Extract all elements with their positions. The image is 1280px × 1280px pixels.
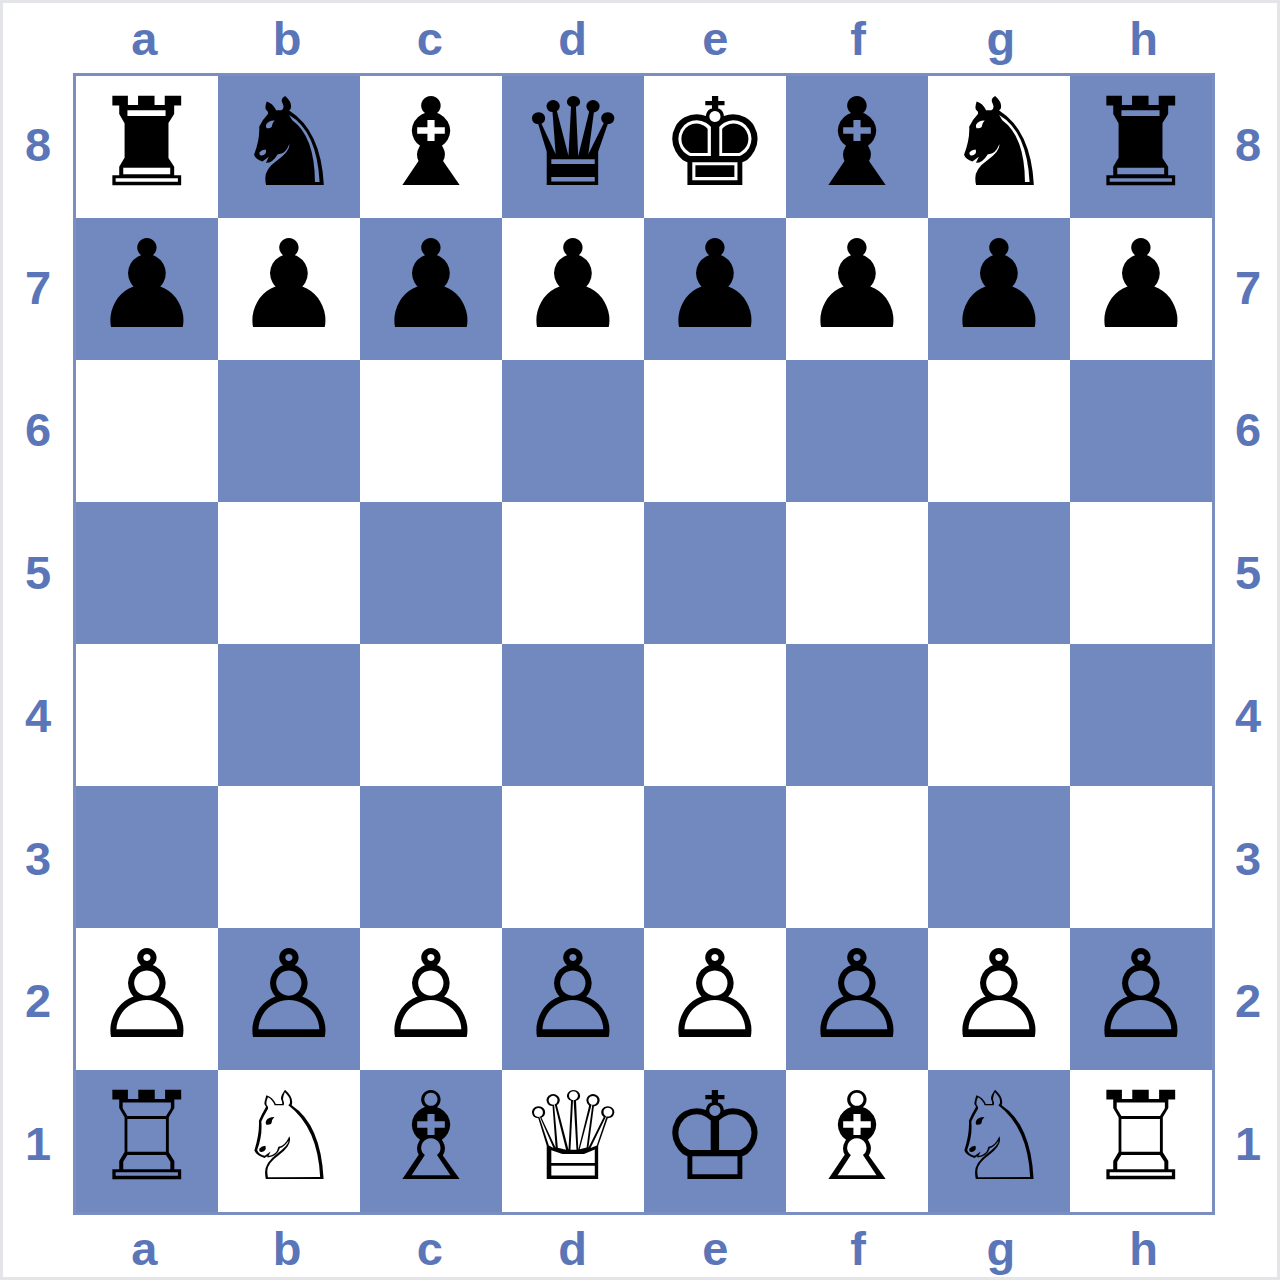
- square-c1[interactable]: ♗: [360, 1070, 502, 1212]
- piece-black-pawn[interactable]: ♟: [92, 224, 201, 346]
- square-a6[interactable]: [76, 360, 218, 502]
- square-h2[interactable]: ♙: [1070, 928, 1212, 1070]
- square-c5[interactable]: [360, 502, 502, 644]
- piece-white-pawn[interactable]: ♙: [660, 934, 769, 1056]
- rank-label-6: 6: [3, 359, 73, 502]
- piece-black-queen[interactable]: ♛: [518, 82, 627, 204]
- square-a8[interactable]: ♜: [76, 76, 218, 218]
- square-e4[interactable]: [644, 644, 786, 786]
- piece-black-pawn[interactable]: ♟: [802, 224, 911, 346]
- piece-black-pawn[interactable]: ♟: [944, 224, 1053, 346]
- square-f6[interactable]: [786, 360, 928, 502]
- square-g7[interactable]: ♟: [928, 218, 1070, 360]
- square-c3[interactable]: [360, 786, 502, 928]
- square-e6[interactable]: [644, 360, 786, 502]
- square-f8[interactable]: ♝: [786, 76, 928, 218]
- rank-label-3: 3: [1213, 787, 1280, 930]
- rank-label-7: 7: [3, 216, 73, 359]
- piece-black-knight[interactable]: ♞: [944, 82, 1053, 204]
- rank-label-7: 7: [1213, 216, 1280, 359]
- square-b6[interactable]: [218, 360, 360, 502]
- square-e1[interactable]: ♔: [644, 1070, 786, 1212]
- square-d7[interactable]: ♟: [502, 218, 644, 360]
- square-f4[interactable]: [786, 644, 928, 786]
- file-label-f: f: [787, 3, 930, 73]
- piece-black-bishop[interactable]: ♝: [376, 82, 485, 204]
- file-label-e: e: [644, 1213, 787, 1280]
- square-h6[interactable]: [1070, 360, 1212, 502]
- rank-label-3: 3: [3, 787, 73, 930]
- square-e7[interactable]: ♟: [644, 218, 786, 360]
- square-f7[interactable]: ♟: [786, 218, 928, 360]
- piece-white-bishop[interactable]: ♗: [802, 1076, 911, 1198]
- piece-white-king[interactable]: ♔: [660, 1076, 769, 1198]
- square-f2[interactable]: ♙: [786, 928, 928, 1070]
- file-label-a: a: [73, 1213, 216, 1280]
- square-a3[interactable]: [76, 786, 218, 928]
- square-g2[interactable]: ♙: [928, 928, 1070, 1070]
- file-label-b: b: [216, 1213, 359, 1280]
- square-a1[interactable]: ♖: [76, 1070, 218, 1212]
- square-d5[interactable]: [502, 502, 644, 644]
- piece-black-rook[interactable]: ♜: [92, 82, 201, 204]
- square-b3[interactable]: [218, 786, 360, 928]
- file-labels-bottom: abcdefgh: [73, 1213, 1215, 1280]
- file-label-h: h: [1072, 1213, 1215, 1280]
- square-g4[interactable]: [928, 644, 1070, 786]
- square-f1[interactable]: ♗: [786, 1070, 928, 1212]
- piece-black-pawn[interactable]: ♟: [234, 224, 343, 346]
- file-label-f: f: [787, 1213, 930, 1280]
- square-h1[interactable]: ♖: [1070, 1070, 1212, 1212]
- square-h5[interactable]: [1070, 502, 1212, 644]
- file-label-c: c: [359, 1213, 502, 1280]
- rank-label-2: 2: [1213, 930, 1280, 1073]
- piece-white-knight[interactable]: ♘: [944, 1076, 1053, 1198]
- rank-label-5: 5: [1213, 501, 1280, 644]
- square-h4[interactable]: [1070, 644, 1212, 786]
- rank-label-4: 4: [1213, 644, 1280, 787]
- square-d6[interactable]: [502, 360, 644, 502]
- rank-label-5: 5: [3, 501, 73, 644]
- square-g5[interactable]: [928, 502, 1070, 644]
- file-label-e: e: [644, 3, 787, 73]
- square-g6[interactable]: [928, 360, 1070, 502]
- square-b4[interactable]: [218, 644, 360, 786]
- rank-label-6: 6: [1213, 359, 1280, 502]
- piece-black-pawn[interactable]: ♟: [376, 224, 485, 346]
- square-b8[interactable]: ♞: [218, 76, 360, 218]
- piece-black-pawn[interactable]: ♟: [1086, 224, 1195, 346]
- piece-black-rook[interactable]: ♜: [1086, 82, 1195, 204]
- rank-label-4: 4: [3, 644, 73, 787]
- piece-white-queen[interactable]: ♕: [518, 1076, 627, 1198]
- square-f3[interactable]: [786, 786, 928, 928]
- square-a5[interactable]: [76, 502, 218, 644]
- piece-white-pawn[interactable]: ♙: [234, 934, 343, 1056]
- piece-black-bishop[interactable]: ♝: [802, 82, 911, 204]
- square-e2[interactable]: ♙: [644, 928, 786, 1070]
- square-c8[interactable]: ♝: [360, 76, 502, 218]
- piece-white-pawn[interactable]: ♙: [376, 934, 485, 1056]
- piece-white-pawn[interactable]: ♙: [92, 934, 201, 1056]
- square-e8[interactable]: ♚: [644, 76, 786, 218]
- chess-board[interactable]: ♜♞♝♛♚♝♞♜♟♟♟♟♟♟♟♟♙♙♙♙♙♙♙♙♖♘♗♕♔♗♘♖: [73, 73, 1215, 1215]
- rank-label-1: 1: [3, 1072, 73, 1215]
- file-label-g: g: [930, 1213, 1073, 1280]
- file-label-a: a: [73, 3, 216, 73]
- square-d8[interactable]: ♛: [502, 76, 644, 218]
- piece-white-pawn[interactable]: ♙: [802, 934, 911, 1056]
- square-g8[interactable]: ♞: [928, 76, 1070, 218]
- square-d1[interactable]: ♕: [502, 1070, 644, 1212]
- piece-black-knight[interactable]: ♞: [234, 82, 343, 204]
- square-c7[interactable]: ♟: [360, 218, 502, 360]
- rank-labels-right: 87654321: [1213, 73, 1280, 1215]
- file-label-d: d: [501, 3, 644, 73]
- square-h8[interactable]: ♜: [1070, 76, 1212, 218]
- piece-white-pawn[interactable]: ♙: [1086, 934, 1195, 1056]
- square-b1[interactable]: ♘: [218, 1070, 360, 1212]
- square-c4[interactable]: [360, 644, 502, 786]
- piece-white-knight[interactable]: ♘: [234, 1076, 343, 1198]
- square-a2[interactable]: ♙: [76, 928, 218, 1070]
- square-d3[interactable]: [502, 786, 644, 928]
- square-f5[interactable]: [786, 502, 928, 644]
- square-a7[interactable]: ♟: [76, 218, 218, 360]
- file-label-h: h: [1072, 3, 1215, 73]
- square-g3[interactable]: [928, 786, 1070, 928]
- square-h7[interactable]: ♟: [1070, 218, 1212, 360]
- square-c6[interactable]: [360, 360, 502, 502]
- file-label-c: c: [359, 3, 502, 73]
- square-b5[interactable]: [218, 502, 360, 644]
- rank-label-2: 2: [3, 930, 73, 1073]
- square-d4[interactable]: [502, 644, 644, 786]
- piece-black-pawn[interactable]: ♟: [660, 224, 769, 346]
- chess-board-page: abcdefgh 87654321 87654321 abcdefgh ♜♞♝♛…: [0, 0, 1280, 1280]
- piece-white-bishop[interactable]: ♗: [376, 1076, 485, 1198]
- square-d2[interactable]: ♙: [502, 928, 644, 1070]
- square-g1[interactable]: ♘: [928, 1070, 1070, 1212]
- rank-labels-left: 87654321: [3, 73, 73, 1215]
- piece-white-rook[interactable]: ♖: [92, 1076, 201, 1198]
- square-c2[interactable]: ♙: [360, 928, 502, 1070]
- square-b2[interactable]: ♙: [218, 928, 360, 1070]
- file-labels-top: abcdefgh: [73, 3, 1215, 73]
- file-label-d: d: [501, 1213, 644, 1280]
- square-e3[interactable]: [644, 786, 786, 928]
- piece-white-rook[interactable]: ♖: [1086, 1076, 1195, 1198]
- file-label-g: g: [930, 3, 1073, 73]
- square-h3[interactable]: [1070, 786, 1212, 928]
- square-b7[interactable]: ♟: [218, 218, 360, 360]
- square-a4[interactable]: [76, 644, 218, 786]
- piece-white-pawn[interactable]: ♙: [518, 934, 627, 1056]
- rank-label-8: 8: [3, 73, 73, 216]
- piece-white-pawn[interactable]: ♙: [944, 934, 1053, 1056]
- file-label-b: b: [216, 3, 359, 73]
- piece-black-king[interactable]: ♚: [660, 82, 769, 204]
- rank-label-1: 1: [1213, 1072, 1280, 1215]
- square-e5[interactable]: [644, 502, 786, 644]
- piece-black-pawn[interactable]: ♟: [518, 224, 627, 346]
- rank-label-8: 8: [1213, 73, 1280, 216]
